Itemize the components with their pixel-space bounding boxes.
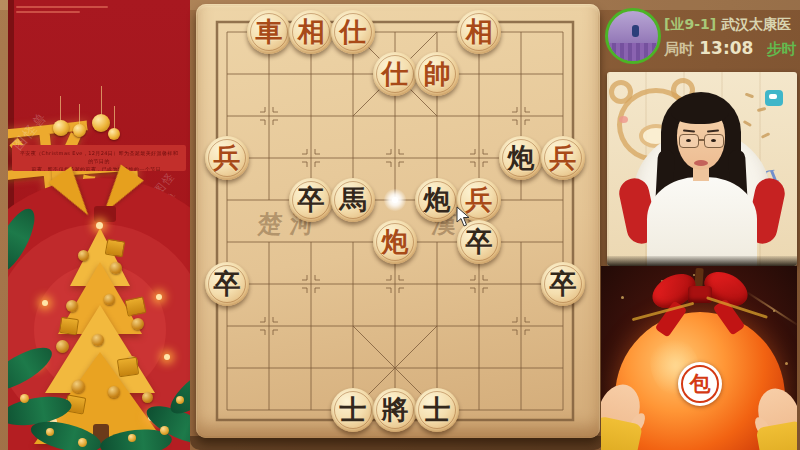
pine-berry xyxy=(160,426,169,435)
tree-ornament xyxy=(66,300,78,312)
piece-black-將[interactable]: 將 xyxy=(373,388,417,432)
tree-ornament xyxy=(142,392,153,403)
game-time-label: 局时 xyxy=(664,40,694,58)
piece-black-卒[interactable]: 卒 xyxy=(289,178,333,222)
christmas-poster: 平 安 夜 平安夜（Christmas Eve，12月24日）即为圣诞最美好温馨… xyxy=(8,0,190,450)
tree-giftbox xyxy=(117,357,139,378)
tree-ornament xyxy=(72,380,85,393)
streamer-bangs xyxy=(671,96,729,124)
streamer-body xyxy=(647,177,757,266)
mouth xyxy=(694,160,708,166)
tree-light xyxy=(156,294,162,300)
move-time-label: 步时 xyxy=(767,40,797,58)
pine-berry xyxy=(46,428,54,436)
piece-red-仕[interactable]: 仕 xyxy=(373,52,417,96)
piece-black-卒[interactable]: 卒 xyxy=(205,262,249,306)
badge-character: 包 xyxy=(690,370,711,398)
piece-red-仕[interactable]: 仕 xyxy=(331,10,375,54)
tree-light xyxy=(42,300,48,306)
opponent-avatar[interactable] xyxy=(605,8,661,64)
tree-ornament xyxy=(132,318,144,330)
ornament-ball xyxy=(73,124,86,137)
blue-logo xyxy=(765,90,783,106)
glasses-bridge xyxy=(698,139,705,141)
ornament-ball xyxy=(92,114,110,132)
eye xyxy=(686,139,691,142)
tree-giftbox xyxy=(105,239,126,258)
bear-cheek xyxy=(619,116,628,123)
pine-berry xyxy=(20,394,29,403)
pine-berry xyxy=(128,434,136,442)
tree-ornament xyxy=(56,340,69,353)
piece-red-相[interactable]: 相 xyxy=(457,10,501,54)
opponent-name: 武汉太康医 xyxy=(721,16,791,32)
tree-light xyxy=(96,222,103,229)
move-highlight-dot xyxy=(384,189,406,211)
poster-fineprint-line xyxy=(16,6,108,8)
piece-black-炮[interactable]: 炮 xyxy=(499,136,543,180)
rank-badge: [业9-1] xyxy=(664,16,716,32)
eye xyxy=(711,139,716,142)
tree-giftbox xyxy=(59,317,79,335)
light-streak xyxy=(746,291,797,327)
poster-description: 平安夜（Christmas Eve，12月24日）即为圣诞最美好温馨祥和的节日的… xyxy=(12,145,186,171)
piece-red-兵[interactable]: 兵 xyxy=(541,136,585,180)
stream-frame: 平 安 夜 平安夜（Christmas Eve，12月24日）即为圣诞最美好温馨… xyxy=(0,0,800,450)
piece-red-炮[interactable]: 炮 xyxy=(373,220,417,264)
gold-bow-knot xyxy=(94,206,116,222)
sparkle xyxy=(621,296,624,299)
tree-ornament xyxy=(78,250,89,261)
streamer-webcam: Disney xyxy=(607,72,797,266)
ornament-string xyxy=(101,86,102,116)
board-shadow xyxy=(190,436,604,450)
red-packet-badge: 包 xyxy=(678,362,722,406)
ornament-string xyxy=(114,106,115,130)
tree-ornament xyxy=(108,386,120,398)
bear-ear xyxy=(609,80,633,104)
tree-ornament xyxy=(92,334,104,346)
piece-black-士[interactable]: 士 xyxy=(415,388,459,432)
ornament-ball xyxy=(53,120,69,136)
tree-ornament xyxy=(110,262,122,274)
bow-knot xyxy=(688,286,712,303)
piece-red-相[interactable]: 相 xyxy=(289,10,333,54)
tree-light xyxy=(164,354,170,360)
piece-black-馬[interactable]: 馬 xyxy=(331,178,375,222)
opponent-name-line: [业9-1] 武汉太康医 xyxy=(664,16,800,34)
poster-fineprint-line xyxy=(16,11,80,13)
piece-red-車[interactable]: 車 xyxy=(247,10,291,54)
pine-berry xyxy=(176,396,184,404)
gift-panel: 包 xyxy=(601,266,797,450)
timer-line: 局时 13:08 步时 0 xyxy=(664,38,800,59)
avatar-photo xyxy=(608,43,661,64)
webcam-bottom-strip xyxy=(607,256,797,266)
mouse-cursor xyxy=(456,206,472,228)
piece-black-卒[interactable]: 卒 xyxy=(541,262,585,306)
ornament-string xyxy=(79,104,80,126)
sparkle xyxy=(785,362,788,365)
piece-red-兵[interactable]: 兵 xyxy=(205,136,249,180)
xiangqi-board[interactable]: 楚河 漢界 車相仕相仕帥兵炮兵卒馬炮兵炮卒卒卒士將士 xyxy=(196,4,600,438)
tree-ornament xyxy=(104,294,115,305)
piece-black-炮[interactable]: 炮 xyxy=(415,178,459,222)
pine-berry xyxy=(78,438,87,447)
avatar-figure xyxy=(632,25,639,37)
piece-red-帥[interactable]: 帥 xyxy=(415,52,459,96)
piece-black-士[interactable]: 士 xyxy=(331,388,375,432)
opponent-info-bar: [业9-1] 武汉太康医 局时 13:08 步时 0 xyxy=(600,0,800,72)
ornament-ball xyxy=(108,128,120,140)
ornament-string xyxy=(60,96,61,122)
game-time-value: 13:08 xyxy=(699,38,753,58)
